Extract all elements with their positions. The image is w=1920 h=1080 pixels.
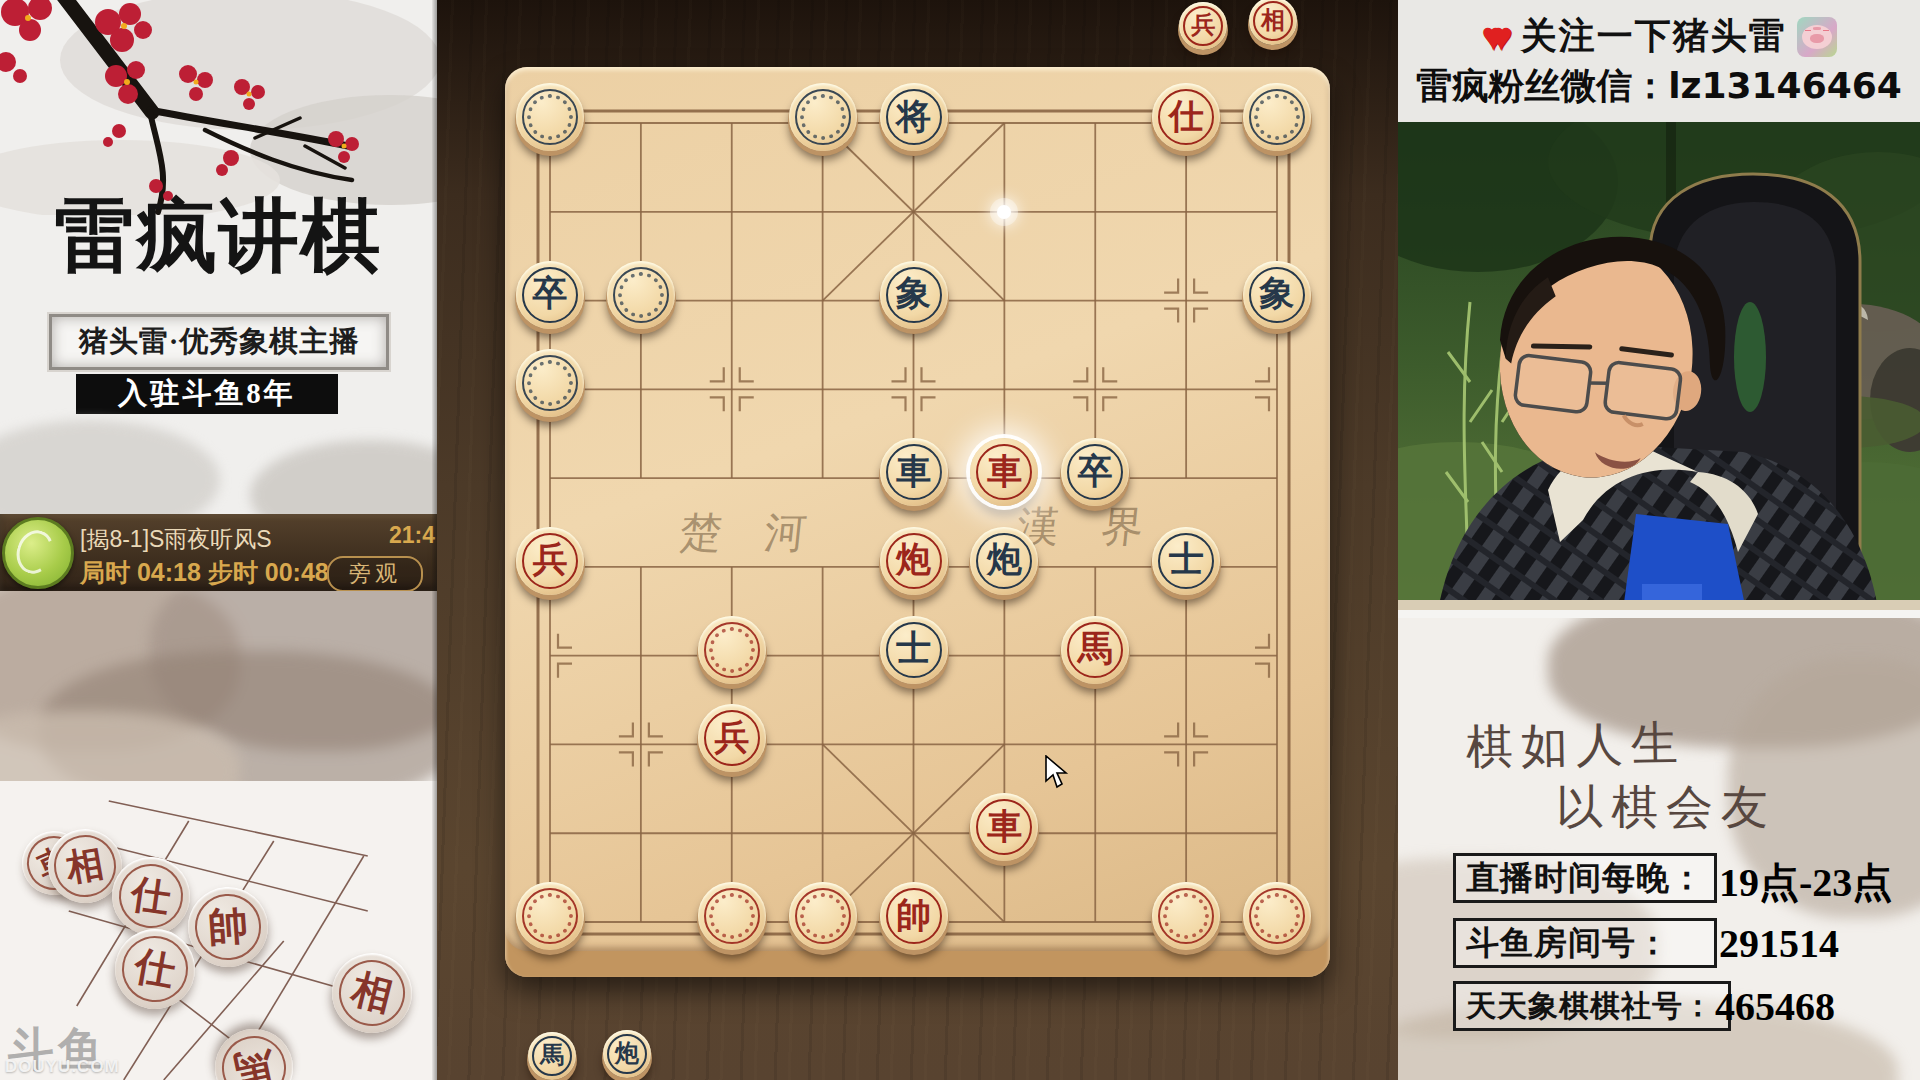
club-number-row: 天天象棋棋社号： 465468 — [1453, 981, 1883, 1027]
promo-panel: 棋如人生 以棋会友 直播时间每晚： 19点-23点 斗鱼房间号： 291514 … — [1398, 618, 1920, 1080]
captured-piece-black: 馬 — [528, 1032, 576, 1080]
follow-banner: ♥♥ 关注一下猪头雷 雷疯粉丝微信：lz13146464 — [1398, 0, 1920, 122]
piece-black-cannon-6-6[interactable]: 炮 — [970, 527, 1038, 595]
piece-glyph: 車 — [896, 454, 931, 489]
room-number-row: 斗鱼房间号： 291514 — [1453, 918, 1873, 964]
piece-black-advisor-8-6[interactable]: 士 — [1152, 527, 1220, 595]
match-title: [揭8-1]S雨夜听风S — [80, 524, 272, 555]
stream-screen: 雷疯讲棋 猪头雷·优秀象棋主播 入驻斗鱼8年 [揭8-1]S雨夜听风S 局时 0… — [0, 0, 1920, 1080]
face-down-ring — [613, 267, 669, 323]
face-down-ring — [1158, 888, 1214, 944]
schedule-row: 直播时间每晚： 19点-23点 — [1453, 853, 1873, 899]
piece-glyph: 炮 — [987, 542, 1022, 577]
face-down-ring — [795, 89, 851, 145]
room-number-value: 291514 — [1719, 920, 1839, 967]
piece-glyph: 士 — [1169, 542, 1204, 577]
match-timers: 局时 04:18 步时 00:48 — [80, 556, 329, 589]
face-down-ring — [522, 89, 578, 145]
channel-badge: 入驻斗鱼8年 — [76, 374, 338, 414]
piece-red-soldier-1-6[interactable]: 兵 — [516, 527, 584, 595]
piece-black-hidden-4-1[interactable] — [789, 83, 857, 151]
player-avatar[interactable] — [2, 517, 74, 589]
piece-red-chariot-6-5[interactable]: 車 — [970, 438, 1038, 506]
clock-text: 21:4 — [389, 522, 435, 549]
piece-black-hidden-1-1[interactable] — [516, 83, 584, 151]
piece-black-advisor-5-7[interactable]: 士 — [880, 616, 948, 684]
piece-red-hidden-4-10[interactable] — [789, 882, 857, 950]
game-info-bar: [揭8-1]S雨夜听风S 局时 04:18 步时 00:48 21:4 旁观 — [0, 514, 437, 591]
piece-glyph: 車 — [987, 454, 1022, 489]
schedule-value: 19点-23点 — [1719, 855, 1892, 910]
piece-glyph: 仕 — [1169, 99, 1204, 134]
piece-red-general-5-10[interactable]: 帥 — [880, 882, 948, 950]
piece-glyph: 卒 — [1078, 454, 1113, 489]
piece-black-soldier-1-3[interactable]: 卒 — [516, 261, 584, 329]
face-down-ring — [522, 888, 578, 944]
piece-red-soldier-3-8[interactable]: 兵 — [698, 704, 766, 772]
piece-red-hidden-3-7[interactable] — [698, 616, 766, 684]
face-down-ring — [795, 888, 851, 944]
face-down-ring — [704, 888, 760, 944]
left-sidebar: 雷疯讲棋 猪头雷·优秀象棋主播 入驻斗鱼8年 [揭8-1]S雨夜听风S 局时 0… — [0, 0, 437, 1080]
piece-black-hidden-1-4[interactable] — [516, 349, 584, 417]
club-number-value: 465468 — [1715, 983, 1835, 1030]
piece-black-chariot-5-5[interactable]: 車 — [880, 438, 948, 506]
spectate-button[interactable]: 旁观 — [327, 556, 423, 592]
piece-glyph: 卒 — [533, 276, 568, 311]
piece-glyph: 兵 — [714, 720, 749, 755]
piece-glyph: 炮 — [896, 542, 931, 577]
follow-text: 关注一下猪头雷 — [1521, 12, 1787, 61]
motto-line1: 棋如人生 — [1465, 712, 1686, 779]
face-down-ring — [1249, 888, 1305, 944]
piece-red-hidden-3-10[interactable] — [698, 882, 766, 950]
room-label-box: 斗鱼房间号： — [1453, 918, 1717, 968]
piece-red-advisor-8-1[interactable]: 仕 — [1152, 83, 1220, 151]
board-grid — [505, 67, 1330, 977]
webcam-video[interactable] — [1398, 122, 1920, 610]
captured-piece-red: 兵 — [1179, 2, 1227, 50]
captured-piece-black: 炮 — [603, 1030, 651, 1078]
divider — [1398, 610, 1920, 618]
piece-red-horse-7-7[interactable]: 馬 — [1061, 616, 1129, 684]
piece-black-general-5-1[interactable]: 将 — [880, 83, 948, 151]
club-label-box: 天天象棋棋社号： — [1453, 981, 1731, 1031]
douyu-watermark-en: DOUYU.COM — [5, 1057, 120, 1077]
channel-title: 雷疯讲棋 — [0, 196, 437, 276]
piece-glyph: 馬 — [1078, 631, 1113, 666]
piece-black-hidden-2-3[interactable] — [607, 261, 675, 329]
piece-red-hidden-1-10[interactable] — [516, 882, 584, 950]
piece-red-hidden-8-10[interactable] — [1152, 882, 1220, 950]
river-label-left: 楚 河 — [677, 505, 825, 561]
face-down-ring — [522, 355, 578, 411]
piece-glyph: 将 — [896, 99, 931, 134]
xiangqi-board[interactable]: 楚 河 漢 界 将仕卒象象車車卒兵炮炮士士馬兵車帥 — [505, 67, 1330, 977]
piece-glyph: 帥 — [896, 898, 931, 933]
piece-black-hidden-9-1[interactable] — [1243, 83, 1311, 151]
piece-glyph: 象 — [1260, 276, 1295, 311]
face-down-ring — [1249, 89, 1305, 145]
piece-red-cannon-5-6[interactable]: 炮 — [880, 527, 948, 595]
wechat-text: 雷疯粉丝微信：lz13146464 — [1398, 62, 1920, 111]
right-panel: ♥♥ 关注一下猪头雷 雷疯粉丝微信：lz13146464 — [1398, 0, 1920, 1080]
piece-black-elephant-9-3[interactable]: 象 — [1243, 261, 1311, 329]
piece-black-elephant-5-3[interactable]: 象 — [880, 261, 948, 329]
face-down-ring — [704, 622, 760, 678]
sidebar-bottom-art: 車相仕帥仕相馬 斗鱼 DOUYU.COM — [0, 591, 437, 1080]
piece-glyph: 車 — [987, 809, 1022, 844]
piece-glyph: 士 — [896, 631, 931, 666]
channel-subtitle: 猪头雷·优秀象棋主播 — [79, 322, 360, 362]
piece-red-hidden-9-10[interactable] — [1243, 882, 1311, 950]
schedule-label-box: 直播时间每晚： — [1453, 853, 1717, 903]
pig-emoji-icon — [1797, 17, 1837, 57]
piece-glyph: 兵 — [533, 542, 568, 577]
piece-glyph: 象 — [896, 276, 931, 311]
channel-subtitle-frame: 猪头雷·优秀象棋主播 — [49, 314, 389, 370]
piece-black-soldier-7-5[interactable]: 卒 — [1061, 438, 1129, 506]
motto-line2: 以棋会友 — [1556, 776, 1776, 839]
board-region: 楚 河 漢 界 将仕卒象象車車卒兵炮炮士士馬兵車帥 兵相 馬炮 — [437, 0, 1398, 1080]
plum-blossom-art-icon — [0, 0, 437, 215]
mouse-cursor-icon — [1045, 755, 1071, 789]
river-label-right: 漢 界 — [1014, 499, 1162, 555]
hearts-icon: ♥♥ — [1481, 17, 1497, 57]
